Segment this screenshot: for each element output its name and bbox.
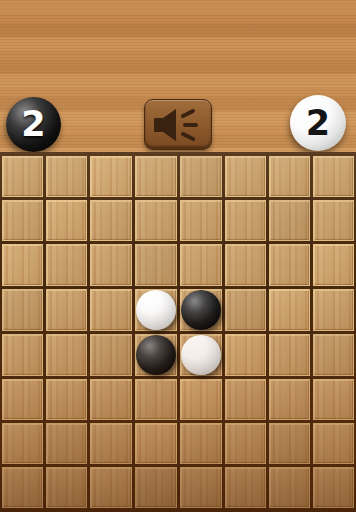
cell-h1[interactable] (313, 156, 354, 197)
cell-g5[interactable] (269, 334, 310, 376)
cell-g3[interactable] (269, 244, 310, 285)
cell-a4[interactable] (2, 289, 43, 331)
cell-b8[interactable] (46, 467, 87, 508)
cell-a5[interactable] (2, 334, 43, 376)
cell-d2[interactable] (135, 200, 177, 241)
cell-a1[interactable] (2, 156, 43, 197)
black-piece: ● (181, 290, 221, 330)
white-piece: ● (181, 335, 221, 375)
black-score-disc: 2 (6, 97, 61, 152)
cell-h3[interactable] (313, 244, 354, 285)
cell-c3[interactable] (90, 244, 131, 285)
cell-c7[interactable] (90, 423, 131, 464)
cell-e7[interactable] (180, 423, 222, 464)
cell-f5[interactable] (225, 334, 266, 376)
cell-d5[interactable]: ● (135, 334, 177, 376)
cell-f1[interactable] (225, 156, 266, 197)
cell-f6[interactable] (225, 379, 266, 420)
cell-g6[interactable] (269, 379, 310, 420)
cell-h7[interactable] (313, 423, 354, 464)
cell-f8[interactable] (225, 467, 266, 508)
cell-h5[interactable] (313, 334, 354, 376)
cell-f3[interactable] (225, 244, 266, 285)
cell-e5[interactable]: ● (180, 334, 222, 376)
cell-b4[interactable] (46, 289, 87, 331)
cell-g2[interactable] (269, 200, 310, 241)
cell-e8[interactable] (180, 467, 222, 508)
cell-c1[interactable] (90, 156, 131, 197)
black-piece: ● (136, 335, 176, 375)
cell-c5[interactable] (90, 334, 131, 376)
cell-h4[interactable] (313, 289, 354, 331)
cell-f7[interactable] (225, 423, 266, 464)
white-score-value: 2 (306, 106, 330, 141)
cell-b3[interactable] (46, 244, 87, 285)
game-screen: 2 2 ●●●● (0, 0, 356, 512)
cell-d4[interactable]: ● (135, 289, 177, 331)
cell-e1[interactable] (180, 156, 222, 197)
cell-e4[interactable]: ● (180, 289, 222, 331)
cell-g7[interactable] (269, 423, 310, 464)
cell-e2[interactable] (180, 200, 222, 241)
cell-b1[interactable] (46, 156, 87, 197)
cell-c4[interactable] (90, 289, 131, 331)
cell-e6[interactable] (180, 379, 222, 420)
cell-h6[interactable] (313, 379, 354, 420)
cell-d7[interactable] (135, 423, 177, 464)
cell-c8[interactable] (90, 467, 131, 508)
cell-b6[interactable] (46, 379, 87, 420)
cell-d1[interactable] (135, 156, 177, 197)
cell-e3[interactable] (180, 244, 222, 285)
cell-b7[interactable] (46, 423, 87, 464)
cell-d3[interactable] (135, 244, 177, 285)
cell-f4[interactable] (225, 289, 266, 331)
othello-board: ●●●● (0, 152, 356, 512)
cell-c2[interactable] (90, 200, 131, 241)
speaker-icon (151, 105, 205, 145)
cell-b5[interactable] (46, 334, 87, 376)
white-piece: ● (136, 290, 176, 330)
cell-d6[interactable] (135, 379, 177, 420)
cell-a2[interactable] (2, 200, 43, 241)
cell-g4[interactable] (269, 289, 310, 331)
cell-b2[interactable] (46, 200, 87, 241)
white-score-disc: 2 (290, 95, 346, 151)
cell-a8[interactable] (2, 467, 43, 508)
cell-f2[interactable] (225, 200, 266, 241)
cell-h8[interactable] (313, 467, 354, 508)
cell-a3[interactable] (2, 244, 43, 285)
cell-a7[interactable] (2, 423, 43, 464)
cell-c6[interactable] (90, 379, 131, 420)
cell-h2[interactable] (313, 200, 354, 241)
cell-g1[interactable] (269, 156, 310, 197)
black-score-value: 2 (21, 107, 45, 142)
cell-d8[interactable] (135, 467, 177, 508)
sound-button[interactable] (144, 99, 212, 150)
cell-g8[interactable] (269, 467, 310, 508)
cell-a6[interactable] (2, 379, 43, 420)
